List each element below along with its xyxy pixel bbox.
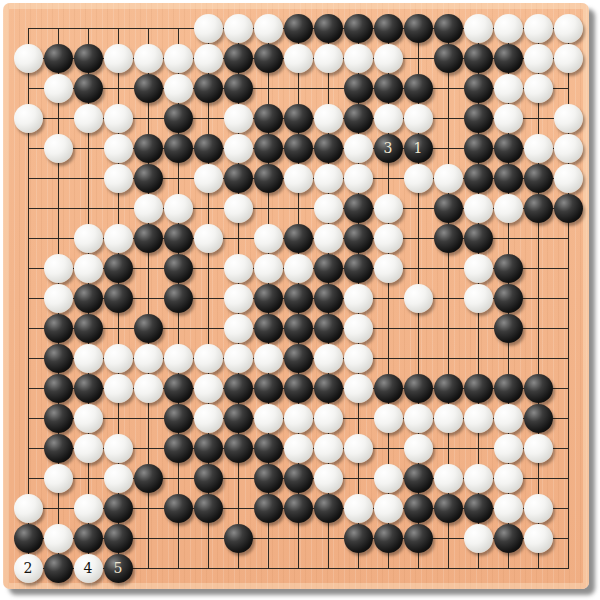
black-stone [74, 314, 103, 343]
white-stone [104, 164, 133, 193]
black-stone [374, 524, 403, 553]
move-number-label: 4 [84, 561, 93, 575]
white-stone [224, 134, 253, 163]
white-stone [104, 374, 133, 403]
white-stone [194, 404, 223, 433]
white-stone [134, 194, 163, 223]
black-stone [224, 164, 253, 193]
black-stone [224, 74, 253, 103]
black-stone [104, 284, 133, 313]
white-stone [224, 344, 253, 373]
white-stone [344, 164, 373, 193]
white-stone [74, 224, 103, 253]
white-stone [374, 404, 403, 433]
white-stone [254, 224, 283, 253]
white-stone [374, 194, 403, 223]
black-stone [344, 74, 373, 103]
white-stone [524, 74, 553, 103]
move-number-label: 2 [24, 561, 33, 575]
white-stone [194, 44, 223, 73]
black-stone [44, 374, 73, 403]
white-stone [164, 344, 193, 373]
black-stone [164, 254, 193, 283]
move-number-label: 1 [414, 141, 423, 155]
black-stone [434, 224, 463, 253]
white-stone [224, 254, 253, 283]
white-stone [104, 224, 133, 253]
black-stone [254, 464, 283, 493]
white-stone [524, 434, 553, 463]
black-stone [194, 494, 223, 523]
white-stone [104, 134, 133, 163]
black-stone [194, 74, 223, 103]
white-stone [194, 374, 223, 403]
black-stone [14, 524, 43, 553]
white-stone [284, 164, 313, 193]
black-stone [344, 254, 373, 283]
black-stone [134, 224, 163, 253]
white-stone [494, 194, 523, 223]
white-stone [344, 344, 373, 373]
black-stone [404, 74, 433, 103]
black-stone [134, 134, 163, 163]
black-stone [494, 254, 523, 283]
black-stone [494, 134, 523, 163]
black-stone [314, 134, 343, 163]
white-stone [344, 374, 373, 403]
black-stone [254, 284, 283, 313]
black-stone [524, 374, 553, 403]
black-stone [254, 494, 283, 523]
black-stone [434, 44, 463, 73]
black-stone [404, 464, 433, 493]
black-stone [344, 14, 373, 43]
white-stone [44, 464, 73, 493]
white-stone [374, 44, 403, 73]
black-stone [134, 464, 163, 493]
white-stone [524, 524, 553, 553]
black-stone [404, 374, 433, 403]
white-stone [464, 404, 493, 433]
white-stone-numbered: 4 [74, 554, 103, 583]
white-stone [14, 44, 43, 73]
black-stone [494, 374, 523, 403]
white-stone [494, 74, 523, 103]
white-stone [404, 284, 433, 313]
move-number-label: 3 [384, 141, 393, 155]
black-stone [164, 134, 193, 163]
grid-vline [538, 28, 539, 569]
white-stone [164, 44, 193, 73]
white-stone [494, 104, 523, 133]
black-stone [284, 224, 313, 253]
white-stone [344, 284, 373, 313]
white-stone [314, 434, 343, 463]
white-stone [404, 164, 433, 193]
white-stone [74, 344, 103, 373]
black-stone [314, 284, 343, 313]
white-stone [434, 464, 463, 493]
black-stone [344, 524, 373, 553]
black-stone [224, 374, 253, 403]
white-stone [554, 44, 583, 73]
black-stone [194, 434, 223, 463]
black-stone [374, 74, 403, 103]
go-board-stage: 31245 [0, 0, 600, 600]
black-stone [284, 464, 313, 493]
black-stone-numbered: 1 [404, 134, 433, 163]
black-stone [314, 14, 343, 43]
black-stone [134, 164, 163, 193]
black-stone [284, 284, 313, 313]
white-stone [344, 134, 373, 163]
black-stone [314, 254, 343, 283]
white-stone [494, 404, 523, 433]
white-stone [104, 344, 133, 373]
black-stone [404, 524, 433, 553]
black-stone [344, 104, 373, 133]
black-stone [314, 314, 343, 343]
go-board[interactable]: 31245 [3, 3, 589, 589]
white-stone [374, 494, 403, 523]
white-stone [314, 344, 343, 373]
white-stone [404, 104, 433, 133]
black-stone [494, 524, 523, 553]
white-stone [224, 284, 253, 313]
white-stone [74, 404, 103, 433]
black-stone [434, 374, 463, 403]
white-stone [194, 224, 223, 253]
white-stone [404, 404, 433, 433]
black-stone [224, 44, 253, 73]
black-stone [224, 404, 253, 433]
white-stone [134, 44, 163, 73]
black-stone [494, 314, 523, 343]
white-stone [254, 14, 283, 43]
white-stone [194, 344, 223, 373]
white-stone [554, 104, 583, 133]
black-stone [284, 344, 313, 373]
white-stone [104, 44, 133, 73]
white-stone [44, 524, 73, 553]
white-stone [74, 254, 103, 283]
black-stone [464, 74, 493, 103]
white-stone [344, 314, 373, 343]
black-stone [284, 134, 313, 163]
black-stone [224, 524, 253, 553]
black-stone-numbered: 3 [374, 134, 403, 163]
black-stone [524, 164, 553, 193]
black-stone [554, 194, 583, 223]
white-stone [314, 464, 343, 493]
white-stone [344, 44, 373, 73]
white-stone [44, 254, 73, 283]
black-stone [344, 194, 373, 223]
white-stone [494, 464, 523, 493]
white-stone [344, 494, 373, 523]
black-stone [254, 44, 283, 73]
white-stone [14, 104, 43, 133]
white-stone [254, 404, 283, 433]
black-stone [434, 494, 463, 523]
white-stone [44, 284, 73, 313]
white-stone [464, 194, 493, 223]
black-stone [44, 44, 73, 73]
white-stone [464, 254, 493, 283]
white-stone [374, 254, 403, 283]
white-stone [194, 164, 223, 193]
white-stone [134, 344, 163, 373]
white-stone [434, 164, 463, 193]
black-stone [284, 314, 313, 343]
black-stone [254, 164, 283, 193]
black-stone [194, 134, 223, 163]
black-stone [164, 284, 193, 313]
white-stone [164, 194, 193, 223]
black-stone [224, 434, 253, 463]
white-stone [524, 14, 553, 43]
white-stone [224, 14, 253, 43]
white-stone [134, 374, 163, 403]
black-stone [284, 374, 313, 403]
black-stone-numbered: 5 [104, 554, 133, 583]
black-stone [104, 494, 133, 523]
white-stone [224, 194, 253, 223]
black-stone [104, 524, 133, 553]
black-stone [254, 104, 283, 133]
white-stone [224, 104, 253, 133]
black-stone [44, 554, 73, 583]
white-stone [494, 14, 523, 43]
black-stone [524, 194, 553, 223]
white-stone [104, 464, 133, 493]
black-stone [404, 494, 433, 523]
white-stone [554, 14, 583, 43]
black-stone [164, 434, 193, 463]
black-stone [494, 284, 523, 313]
white-stone [524, 44, 553, 73]
white-stone [434, 404, 463, 433]
black-stone [74, 74, 103, 103]
white-stone [314, 104, 343, 133]
white-stone [74, 434, 103, 463]
white-stone [44, 134, 73, 163]
black-stone [74, 374, 103, 403]
white-stone [464, 464, 493, 493]
white-stone [494, 494, 523, 523]
black-stone [164, 224, 193, 253]
black-stone [524, 404, 553, 433]
white-stone [284, 254, 313, 283]
white-stone [524, 134, 553, 163]
black-stone [164, 404, 193, 433]
white-stone [494, 434, 523, 463]
black-stone [374, 14, 403, 43]
white-stone [284, 404, 313, 433]
white-stone [74, 104, 103, 133]
black-stone [434, 14, 463, 43]
white-stone [224, 314, 253, 343]
black-stone [374, 374, 403, 403]
white-stone [314, 404, 343, 433]
black-stone [254, 374, 283, 403]
black-stone [254, 314, 283, 343]
black-stone [284, 494, 313, 523]
white-stone [404, 434, 433, 463]
white-stone [344, 434, 373, 463]
black-stone [194, 464, 223, 493]
white-stone [254, 344, 283, 373]
black-stone [494, 44, 523, 73]
white-stone [284, 434, 313, 463]
white-stone [524, 494, 553, 523]
black-stone [314, 374, 343, 403]
black-stone [44, 344, 73, 373]
white-stone [464, 284, 493, 313]
black-stone [464, 44, 493, 73]
white-stone [74, 494, 103, 523]
white-stone [104, 434, 133, 463]
black-stone [74, 524, 103, 553]
black-stone [284, 14, 313, 43]
black-stone [104, 254, 133, 283]
black-stone [464, 104, 493, 133]
black-stone [434, 194, 463, 223]
black-stone [464, 164, 493, 193]
black-stone [344, 224, 373, 253]
white-stone [314, 44, 343, 73]
white-stone [44, 74, 73, 103]
white-stone [194, 14, 223, 43]
white-stone [464, 524, 493, 553]
white-stone [374, 464, 403, 493]
black-stone [284, 104, 313, 133]
white-stone [104, 104, 133, 133]
white-stone [374, 104, 403, 133]
move-number-label: 5 [114, 561, 123, 575]
white-stone [314, 194, 343, 223]
black-stone [74, 284, 103, 313]
black-stone [254, 434, 283, 463]
white-stone [374, 224, 403, 253]
black-stone [74, 44, 103, 73]
white-stone [314, 164, 343, 193]
black-stone [134, 74, 163, 103]
black-stone [314, 494, 343, 523]
white-stone [314, 224, 343, 253]
white-stone [284, 44, 313, 73]
white-stone [464, 14, 493, 43]
black-stone [494, 164, 523, 193]
black-stone [254, 134, 283, 163]
black-stone [164, 374, 193, 403]
black-stone [404, 14, 433, 43]
black-stone [164, 494, 193, 523]
white-stone-numbered: 2 [14, 554, 43, 583]
black-stone [164, 104, 193, 133]
white-stone [554, 134, 583, 163]
white-stone [14, 494, 43, 523]
black-stone [44, 434, 73, 463]
black-stone [44, 404, 73, 433]
white-stone [254, 254, 283, 283]
black-stone [134, 314, 163, 343]
white-stone [554, 164, 583, 193]
black-stone [464, 494, 493, 523]
white-stone [164, 74, 193, 103]
black-stone [464, 224, 493, 253]
black-stone [464, 134, 493, 163]
black-stone [44, 314, 73, 343]
black-stone [464, 374, 493, 403]
